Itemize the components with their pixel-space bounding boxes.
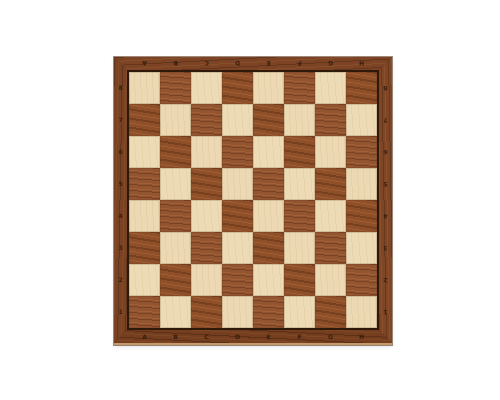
chess-board: ABCDEFGH ABCDEFGH 87654321 87654321	[114, 57, 392, 345]
square-b6[interactable]	[160, 136, 191, 168]
square-a4[interactable]	[129, 200, 160, 232]
square-b3[interactable]	[160, 232, 191, 264]
rank-label: 3	[114, 232, 127, 264]
file-label: H	[346, 57, 377, 70]
square-d8[interactable]	[222, 72, 253, 104]
square-e1[interactable]	[253, 296, 284, 328]
file-label: D	[222, 330, 253, 343]
rank-label: 6	[379, 136, 392, 168]
square-e2[interactable]	[253, 264, 284, 296]
square-e3[interactable]	[253, 232, 284, 264]
square-b8[interactable]	[160, 72, 191, 104]
square-g4[interactable]	[315, 200, 346, 232]
square-a5[interactable]	[129, 168, 160, 200]
file-label: C	[191, 330, 222, 343]
square-f3[interactable]	[284, 232, 315, 264]
rank-labels-right: 87654321	[379, 72, 392, 328]
square-d2[interactable]	[222, 264, 253, 296]
square-c2[interactable]	[191, 264, 222, 296]
page-background: ABCDEFGH ABCDEFGH 87654321 87654321	[0, 0, 500, 400]
square-d7[interactable]	[222, 104, 253, 136]
file-label: G	[315, 57, 346, 70]
file-label: B	[160, 57, 191, 70]
square-g8[interactable]	[315, 72, 346, 104]
square-b5[interactable]	[160, 168, 191, 200]
rank-label: 3	[379, 232, 392, 264]
square-f8[interactable]	[284, 72, 315, 104]
rank-label: 6	[114, 136, 127, 168]
square-e7[interactable]	[253, 104, 284, 136]
square-a2[interactable]	[129, 264, 160, 296]
rank-label: 1	[379, 296, 392, 328]
square-f4[interactable]	[284, 200, 315, 232]
square-e4[interactable]	[253, 200, 284, 232]
square-c7[interactable]	[191, 104, 222, 136]
square-h6[interactable]	[346, 136, 377, 168]
board-playfield	[127, 70, 379, 330]
square-b2[interactable]	[160, 264, 191, 296]
square-d1[interactable]	[222, 296, 253, 328]
square-h5[interactable]	[346, 168, 377, 200]
rank-label: 5	[114, 168, 127, 200]
square-a7[interactable]	[129, 104, 160, 136]
square-b1[interactable]	[160, 296, 191, 328]
rank-label: 2	[114, 264, 127, 296]
file-label: F	[284, 57, 315, 70]
square-d5[interactable]	[222, 168, 253, 200]
rank-label: 8	[114, 72, 127, 104]
square-b4[interactable]	[160, 200, 191, 232]
rank-label: 7	[114, 104, 127, 136]
square-g1[interactable]	[315, 296, 346, 328]
square-c8[interactable]	[191, 72, 222, 104]
square-a3[interactable]	[129, 232, 160, 264]
file-label: E	[253, 330, 284, 343]
square-a8[interactable]	[129, 72, 160, 104]
square-c1[interactable]	[191, 296, 222, 328]
square-c6[interactable]	[191, 136, 222, 168]
square-h1[interactable]	[346, 296, 377, 328]
square-h3[interactable]	[346, 232, 377, 264]
square-c4[interactable]	[191, 200, 222, 232]
square-g3[interactable]	[315, 232, 346, 264]
square-g6[interactable]	[315, 136, 346, 168]
square-b7[interactable]	[160, 104, 191, 136]
square-f2[interactable]	[284, 264, 315, 296]
rank-labels-left: 87654321	[114, 72, 127, 328]
square-f7[interactable]	[284, 104, 315, 136]
square-g7[interactable]	[315, 104, 346, 136]
square-c3[interactable]	[191, 232, 222, 264]
file-label: A	[129, 57, 160, 70]
file-label: F	[284, 330, 315, 343]
file-label: E	[253, 57, 284, 70]
rank-label: 7	[379, 104, 392, 136]
square-g5[interactable]	[315, 168, 346, 200]
square-h7[interactable]	[346, 104, 377, 136]
square-e6[interactable]	[253, 136, 284, 168]
file-labels-top: ABCDEFGH	[129, 57, 377, 70]
square-h2[interactable]	[346, 264, 377, 296]
square-d6[interactable]	[222, 136, 253, 168]
square-h4[interactable]	[346, 200, 377, 232]
square-h8[interactable]	[346, 72, 377, 104]
file-labels-bottom: ABCDEFGH	[129, 330, 377, 343]
square-d3[interactable]	[222, 232, 253, 264]
square-f5[interactable]	[284, 168, 315, 200]
square-a1[interactable]	[129, 296, 160, 328]
square-g2[interactable]	[315, 264, 346, 296]
file-label: C	[191, 57, 222, 70]
rank-label: 4	[379, 200, 392, 232]
square-f6[interactable]	[284, 136, 315, 168]
file-label: G	[315, 330, 346, 343]
file-label: H	[346, 330, 377, 343]
file-label: D	[222, 57, 253, 70]
square-e5[interactable]	[253, 168, 284, 200]
square-f1[interactable]	[284, 296, 315, 328]
rank-label: 8	[379, 72, 392, 104]
file-label: A	[129, 330, 160, 343]
square-c5[interactable]	[191, 168, 222, 200]
rank-label: 4	[114, 200, 127, 232]
square-e8[interactable]	[253, 72, 284, 104]
rank-label: 1	[114, 296, 127, 328]
rank-label: 5	[379, 168, 392, 200]
rank-label: 2	[379, 264, 392, 296]
square-d4[interactable]	[222, 200, 253, 232]
square-a6[interactable]	[129, 136, 160, 168]
file-label: B	[160, 330, 191, 343]
